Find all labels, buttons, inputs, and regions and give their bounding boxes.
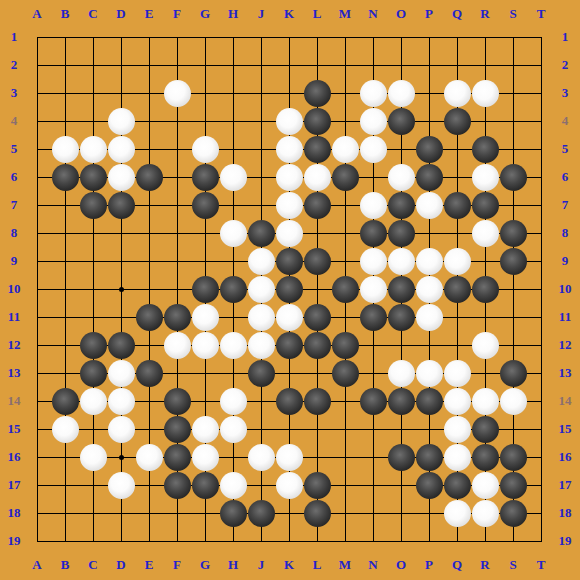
intersection-M7[interactable] xyxy=(331,191,359,219)
intersection-P4[interactable] xyxy=(415,107,443,135)
intersection-D13[interactable] xyxy=(107,359,135,387)
intersection-G19[interactable] xyxy=(191,527,219,555)
intersection-J1[interactable] xyxy=(247,23,275,51)
intersection-O13[interactable] xyxy=(387,359,415,387)
intersection-L17[interactable] xyxy=(303,471,331,499)
intersection-E3[interactable] xyxy=(135,79,163,107)
intersection-A11[interactable] xyxy=(23,303,51,331)
intersection-M9[interactable] xyxy=(331,247,359,275)
intersection-K19[interactable] xyxy=(275,527,303,555)
intersection-J6[interactable] xyxy=(247,163,275,191)
intersection-Q15[interactable] xyxy=(443,415,471,443)
intersection-N15[interactable] xyxy=(359,415,387,443)
intersection-N7[interactable] xyxy=(359,191,387,219)
intersection-O3[interactable] xyxy=(387,79,415,107)
intersection-E16[interactable] xyxy=(135,443,163,471)
intersection-D1[interactable] xyxy=(107,23,135,51)
intersection-H17[interactable] xyxy=(219,471,247,499)
intersection-G13[interactable] xyxy=(191,359,219,387)
intersection-H10[interactable] xyxy=(219,275,247,303)
intersection-L5[interactable] xyxy=(303,135,331,163)
intersection-A6[interactable] xyxy=(23,163,51,191)
intersection-E1[interactable] xyxy=(135,23,163,51)
intersection-H11[interactable] xyxy=(219,303,247,331)
intersection-B1[interactable] xyxy=(51,23,79,51)
intersection-K12[interactable] xyxy=(275,331,303,359)
intersection-P7[interactable] xyxy=(415,191,443,219)
intersection-D6[interactable] xyxy=(107,163,135,191)
intersection-T14[interactable] xyxy=(527,387,555,415)
intersection-R2[interactable] xyxy=(471,51,499,79)
intersection-B14[interactable] xyxy=(51,387,79,415)
intersection-R3[interactable] xyxy=(471,79,499,107)
intersection-B2[interactable] xyxy=(51,51,79,79)
intersection-Q6[interactable] xyxy=(443,163,471,191)
intersection-E2[interactable] xyxy=(135,51,163,79)
intersection-C16[interactable] xyxy=(79,443,107,471)
intersection-O18[interactable] xyxy=(387,499,415,527)
intersection-F14[interactable] xyxy=(163,387,191,415)
intersection-A19[interactable] xyxy=(23,527,51,555)
intersection-M19[interactable] xyxy=(331,527,359,555)
intersection-R13[interactable] xyxy=(471,359,499,387)
intersection-N4[interactable] xyxy=(359,107,387,135)
intersection-K16[interactable] xyxy=(275,443,303,471)
intersection-F11[interactable] xyxy=(163,303,191,331)
intersection-H5[interactable] xyxy=(219,135,247,163)
intersection-J2[interactable] xyxy=(247,51,275,79)
intersection-N9[interactable] xyxy=(359,247,387,275)
intersection-D19[interactable] xyxy=(107,527,135,555)
intersection-L2[interactable] xyxy=(303,51,331,79)
intersection-F6[interactable] xyxy=(163,163,191,191)
intersection-L3[interactable] xyxy=(303,79,331,107)
intersection-A2[interactable] xyxy=(23,51,51,79)
intersection-F18[interactable] xyxy=(163,499,191,527)
intersection-M2[interactable] xyxy=(331,51,359,79)
intersection-H12[interactable] xyxy=(219,331,247,359)
intersection-Q4[interactable] xyxy=(443,107,471,135)
intersection-D3[interactable] xyxy=(107,79,135,107)
intersection-R7[interactable] xyxy=(471,191,499,219)
intersection-N8[interactable] xyxy=(359,219,387,247)
intersection-S5[interactable] xyxy=(499,135,527,163)
intersection-J13[interactable] xyxy=(247,359,275,387)
intersection-H1[interactable] xyxy=(219,23,247,51)
intersection-R19[interactable] xyxy=(471,527,499,555)
intersection-Q1[interactable] xyxy=(443,23,471,51)
intersection-L14[interactable] xyxy=(303,387,331,415)
intersection-E13[interactable] xyxy=(135,359,163,387)
intersection-F12[interactable] xyxy=(163,331,191,359)
intersection-J17[interactable] xyxy=(247,471,275,499)
intersection-Q12[interactable] xyxy=(443,331,471,359)
intersection-S11[interactable] xyxy=(499,303,527,331)
intersection-H13[interactable] xyxy=(219,359,247,387)
intersection-F19[interactable] xyxy=(163,527,191,555)
intersection-B5[interactable] xyxy=(51,135,79,163)
intersection-E4[interactable] xyxy=(135,107,163,135)
intersection-L4[interactable] xyxy=(303,107,331,135)
intersection-T6[interactable] xyxy=(527,163,555,191)
intersection-P11[interactable] xyxy=(415,303,443,331)
intersection-B18[interactable] xyxy=(51,499,79,527)
intersection-R4[interactable] xyxy=(471,107,499,135)
intersection-M16[interactable] xyxy=(331,443,359,471)
intersection-R11[interactable] xyxy=(471,303,499,331)
intersection-H8[interactable] xyxy=(219,219,247,247)
intersection-M1[interactable] xyxy=(331,23,359,51)
intersection-N11[interactable] xyxy=(359,303,387,331)
intersection-L10[interactable] xyxy=(303,275,331,303)
intersection-G14[interactable] xyxy=(191,387,219,415)
intersection-Q2[interactable] xyxy=(443,51,471,79)
intersection-Q18[interactable] xyxy=(443,499,471,527)
intersection-E10[interactable] xyxy=(135,275,163,303)
intersection-A14[interactable] xyxy=(23,387,51,415)
intersection-M8[interactable] xyxy=(331,219,359,247)
intersection-N16[interactable] xyxy=(359,443,387,471)
intersection-C1[interactable] xyxy=(79,23,107,51)
intersection-G7[interactable] xyxy=(191,191,219,219)
intersection-L19[interactable] xyxy=(303,527,331,555)
intersection-C15[interactable] xyxy=(79,415,107,443)
intersection-D4[interactable] xyxy=(107,107,135,135)
intersection-D8[interactable] xyxy=(107,219,135,247)
intersection-Q19[interactable] xyxy=(443,527,471,555)
intersection-E11[interactable] xyxy=(135,303,163,331)
intersection-T9[interactable] xyxy=(527,247,555,275)
intersection-F16[interactable] xyxy=(163,443,191,471)
intersection-J8[interactable] xyxy=(247,219,275,247)
intersection-G11[interactable] xyxy=(191,303,219,331)
intersection-K13[interactable] xyxy=(275,359,303,387)
intersection-C6[interactable] xyxy=(79,163,107,191)
intersection-T10[interactable] xyxy=(527,275,555,303)
intersection-N2[interactable] xyxy=(359,51,387,79)
intersection-S12[interactable] xyxy=(499,331,527,359)
intersection-H15[interactable] xyxy=(219,415,247,443)
intersection-B19[interactable] xyxy=(51,527,79,555)
intersection-P3[interactable] xyxy=(415,79,443,107)
intersection-B3[interactable] xyxy=(51,79,79,107)
intersection-T15[interactable] xyxy=(527,415,555,443)
intersection-J15[interactable] xyxy=(247,415,275,443)
intersection-S16[interactable] xyxy=(499,443,527,471)
intersection-N19[interactable] xyxy=(359,527,387,555)
intersection-M13[interactable] xyxy=(331,359,359,387)
intersection-H14[interactable] xyxy=(219,387,247,415)
intersection-K1[interactable] xyxy=(275,23,303,51)
intersection-P14[interactable] xyxy=(415,387,443,415)
intersection-T18[interactable] xyxy=(527,499,555,527)
intersection-S3[interactable] xyxy=(499,79,527,107)
intersection-T7[interactable] xyxy=(527,191,555,219)
intersection-S9[interactable] xyxy=(499,247,527,275)
intersection-C19[interactable] xyxy=(79,527,107,555)
intersection-A10[interactable] xyxy=(23,275,51,303)
intersection-L7[interactable] xyxy=(303,191,331,219)
intersection-G1[interactable] xyxy=(191,23,219,51)
intersection-S15[interactable] xyxy=(499,415,527,443)
intersection-J19[interactable] xyxy=(247,527,275,555)
intersection-E17[interactable] xyxy=(135,471,163,499)
intersection-A17[interactable] xyxy=(23,471,51,499)
intersection-C8[interactable] xyxy=(79,219,107,247)
intersection-T4[interactable] xyxy=(527,107,555,135)
intersection-Q13[interactable] xyxy=(443,359,471,387)
intersection-E14[interactable] xyxy=(135,387,163,415)
intersection-H2[interactable] xyxy=(219,51,247,79)
intersection-P19[interactable] xyxy=(415,527,443,555)
intersection-L11[interactable] xyxy=(303,303,331,331)
intersection-C7[interactable] xyxy=(79,191,107,219)
intersection-P16[interactable] xyxy=(415,443,443,471)
intersection-S19[interactable] xyxy=(499,527,527,555)
intersection-O16[interactable] xyxy=(387,443,415,471)
intersection-L1[interactable] xyxy=(303,23,331,51)
intersection-O10[interactable] xyxy=(387,275,415,303)
intersection-O11[interactable] xyxy=(387,303,415,331)
intersection-O5[interactable] xyxy=(387,135,415,163)
intersection-R17[interactable] xyxy=(471,471,499,499)
intersection-D12[interactable] xyxy=(107,331,135,359)
intersection-N1[interactable] xyxy=(359,23,387,51)
intersection-A3[interactable] xyxy=(23,79,51,107)
intersection-F8[interactable] xyxy=(163,219,191,247)
intersection-D17[interactable] xyxy=(107,471,135,499)
intersection-F9[interactable] xyxy=(163,247,191,275)
intersection-F10[interactable] xyxy=(163,275,191,303)
intersection-C2[interactable] xyxy=(79,51,107,79)
intersection-F7[interactable] xyxy=(163,191,191,219)
intersection-D9[interactable] xyxy=(107,247,135,275)
intersection-S1[interactable] xyxy=(499,23,527,51)
intersection-J3[interactable] xyxy=(247,79,275,107)
intersection-R10[interactable] xyxy=(471,275,499,303)
intersection-A8[interactable] xyxy=(23,219,51,247)
intersection-H6[interactable] xyxy=(219,163,247,191)
intersection-T13[interactable] xyxy=(527,359,555,387)
intersection-A7[interactable] xyxy=(23,191,51,219)
intersection-C9[interactable] xyxy=(79,247,107,275)
intersection-P1[interactable] xyxy=(415,23,443,51)
intersection-M18[interactable] xyxy=(331,499,359,527)
intersection-F4[interactable] xyxy=(163,107,191,135)
intersection-T3[interactable] xyxy=(527,79,555,107)
intersection-N13[interactable] xyxy=(359,359,387,387)
intersection-A5[interactable] xyxy=(23,135,51,163)
intersection-S7[interactable] xyxy=(499,191,527,219)
intersection-F3[interactable] xyxy=(163,79,191,107)
intersection-A15[interactable] xyxy=(23,415,51,443)
intersection-P5[interactable] xyxy=(415,135,443,163)
intersection-M11[interactable] xyxy=(331,303,359,331)
intersection-P12[interactable] xyxy=(415,331,443,359)
intersection-A1[interactable] xyxy=(23,23,51,51)
intersection-E7[interactable] xyxy=(135,191,163,219)
intersection-G16[interactable] xyxy=(191,443,219,471)
intersection-C14[interactable] xyxy=(79,387,107,415)
intersection-S18[interactable] xyxy=(499,499,527,527)
intersection-R6[interactable] xyxy=(471,163,499,191)
intersection-M4[interactable] xyxy=(331,107,359,135)
intersection-S8[interactable] xyxy=(499,219,527,247)
intersection-Q17[interactable] xyxy=(443,471,471,499)
intersection-T11[interactable] xyxy=(527,303,555,331)
intersection-N5[interactable] xyxy=(359,135,387,163)
intersection-N10[interactable] xyxy=(359,275,387,303)
intersection-O15[interactable] xyxy=(387,415,415,443)
intersection-P10[interactable] xyxy=(415,275,443,303)
intersection-D2[interactable] xyxy=(107,51,135,79)
intersection-E19[interactable] xyxy=(135,527,163,555)
intersection-K6[interactable] xyxy=(275,163,303,191)
intersection-K5[interactable] xyxy=(275,135,303,163)
intersection-C18[interactable] xyxy=(79,499,107,527)
intersection-Q16[interactable] xyxy=(443,443,471,471)
intersection-K17[interactable] xyxy=(275,471,303,499)
intersection-R12[interactable] xyxy=(471,331,499,359)
intersection-Q7[interactable] xyxy=(443,191,471,219)
intersection-G17[interactable] xyxy=(191,471,219,499)
intersection-N17[interactable] xyxy=(359,471,387,499)
intersection-H7[interactable] xyxy=(219,191,247,219)
intersection-G4[interactable] xyxy=(191,107,219,135)
intersection-F17[interactable] xyxy=(163,471,191,499)
intersection-T12[interactable] xyxy=(527,331,555,359)
intersection-H19[interactable] xyxy=(219,527,247,555)
intersection-G12[interactable] xyxy=(191,331,219,359)
intersection-C12[interactable] xyxy=(79,331,107,359)
intersection-O4[interactable] xyxy=(387,107,415,135)
intersection-B15[interactable] xyxy=(51,415,79,443)
intersection-N12[interactable] xyxy=(359,331,387,359)
intersection-H4[interactable] xyxy=(219,107,247,135)
intersection-G3[interactable] xyxy=(191,79,219,107)
intersection-P13[interactable] xyxy=(415,359,443,387)
intersection-L18[interactable] xyxy=(303,499,331,527)
intersection-G6[interactable] xyxy=(191,163,219,191)
intersection-C13[interactable] xyxy=(79,359,107,387)
intersection-K2[interactable] xyxy=(275,51,303,79)
intersection-K9[interactable] xyxy=(275,247,303,275)
intersection-J9[interactable] xyxy=(247,247,275,275)
intersection-O6[interactable] xyxy=(387,163,415,191)
intersection-K18[interactable] xyxy=(275,499,303,527)
intersection-R5[interactable] xyxy=(471,135,499,163)
intersection-K8[interactable] xyxy=(275,219,303,247)
intersection-Q8[interactable] xyxy=(443,219,471,247)
intersection-B12[interactable] xyxy=(51,331,79,359)
intersection-B6[interactable] xyxy=(51,163,79,191)
intersection-O7[interactable] xyxy=(387,191,415,219)
intersection-G18[interactable] xyxy=(191,499,219,527)
intersection-C4[interactable] xyxy=(79,107,107,135)
intersection-K11[interactable] xyxy=(275,303,303,331)
intersection-E15[interactable] xyxy=(135,415,163,443)
intersection-B10[interactable] xyxy=(51,275,79,303)
intersection-G5[interactable] xyxy=(191,135,219,163)
intersection-S4[interactable] xyxy=(499,107,527,135)
intersection-J10[interactable] xyxy=(247,275,275,303)
intersection-T16[interactable] xyxy=(527,443,555,471)
intersection-T8[interactable] xyxy=(527,219,555,247)
intersection-H18[interactable] xyxy=(219,499,247,527)
intersection-O2[interactable] xyxy=(387,51,415,79)
intersection-L13[interactable] xyxy=(303,359,331,387)
intersection-S17[interactable] xyxy=(499,471,527,499)
intersection-B9[interactable] xyxy=(51,247,79,275)
intersection-E6[interactable] xyxy=(135,163,163,191)
intersection-E9[interactable] xyxy=(135,247,163,275)
intersection-G10[interactable] xyxy=(191,275,219,303)
intersection-J16[interactable] xyxy=(247,443,275,471)
intersection-T19[interactable] xyxy=(527,527,555,555)
intersection-P17[interactable] xyxy=(415,471,443,499)
intersection-H16[interactable] xyxy=(219,443,247,471)
intersection-B17[interactable] xyxy=(51,471,79,499)
intersection-F2[interactable] xyxy=(163,51,191,79)
intersection-D14[interactable] xyxy=(107,387,135,415)
intersection-K10[interactable] xyxy=(275,275,303,303)
intersection-M17[interactable] xyxy=(331,471,359,499)
intersection-B13[interactable] xyxy=(51,359,79,387)
intersection-A13[interactable] xyxy=(23,359,51,387)
intersection-P2[interactable] xyxy=(415,51,443,79)
intersection-B4[interactable] xyxy=(51,107,79,135)
intersection-O9[interactable] xyxy=(387,247,415,275)
intersection-F15[interactable] xyxy=(163,415,191,443)
intersection-A16[interactable] xyxy=(23,443,51,471)
intersection-L16[interactable] xyxy=(303,443,331,471)
intersection-T17[interactable] xyxy=(527,471,555,499)
intersection-J4[interactable] xyxy=(247,107,275,135)
intersection-P18[interactable] xyxy=(415,499,443,527)
intersection-Q5[interactable] xyxy=(443,135,471,163)
intersection-L15[interactable] xyxy=(303,415,331,443)
intersection-M12[interactable] xyxy=(331,331,359,359)
intersection-Q14[interactable] xyxy=(443,387,471,415)
intersection-F1[interactable] xyxy=(163,23,191,51)
intersection-E8[interactable] xyxy=(135,219,163,247)
intersection-P8[interactable] xyxy=(415,219,443,247)
intersection-D10[interactable] xyxy=(107,275,135,303)
intersection-P9[interactable] xyxy=(415,247,443,275)
intersection-D15[interactable] xyxy=(107,415,135,443)
intersection-M14[interactable] xyxy=(331,387,359,415)
intersection-C5[interactable] xyxy=(79,135,107,163)
intersection-M5[interactable] xyxy=(331,135,359,163)
intersection-J11[interactable] xyxy=(247,303,275,331)
intersection-R15[interactable] xyxy=(471,415,499,443)
intersection-R8[interactable] xyxy=(471,219,499,247)
intersection-G15[interactable] xyxy=(191,415,219,443)
intersection-A12[interactable] xyxy=(23,331,51,359)
intersection-R14[interactable] xyxy=(471,387,499,415)
intersection-A4[interactable] xyxy=(23,107,51,135)
intersection-Q10[interactable] xyxy=(443,275,471,303)
intersection-F5[interactable] xyxy=(163,135,191,163)
intersection-D16[interactable] xyxy=(107,443,135,471)
intersection-D5[interactable] xyxy=(107,135,135,163)
intersection-G9[interactable] xyxy=(191,247,219,275)
intersection-H9[interactable] xyxy=(219,247,247,275)
intersection-Q11[interactable] xyxy=(443,303,471,331)
intersection-K15[interactable] xyxy=(275,415,303,443)
intersection-J14[interactable] xyxy=(247,387,275,415)
intersection-G2[interactable] xyxy=(191,51,219,79)
